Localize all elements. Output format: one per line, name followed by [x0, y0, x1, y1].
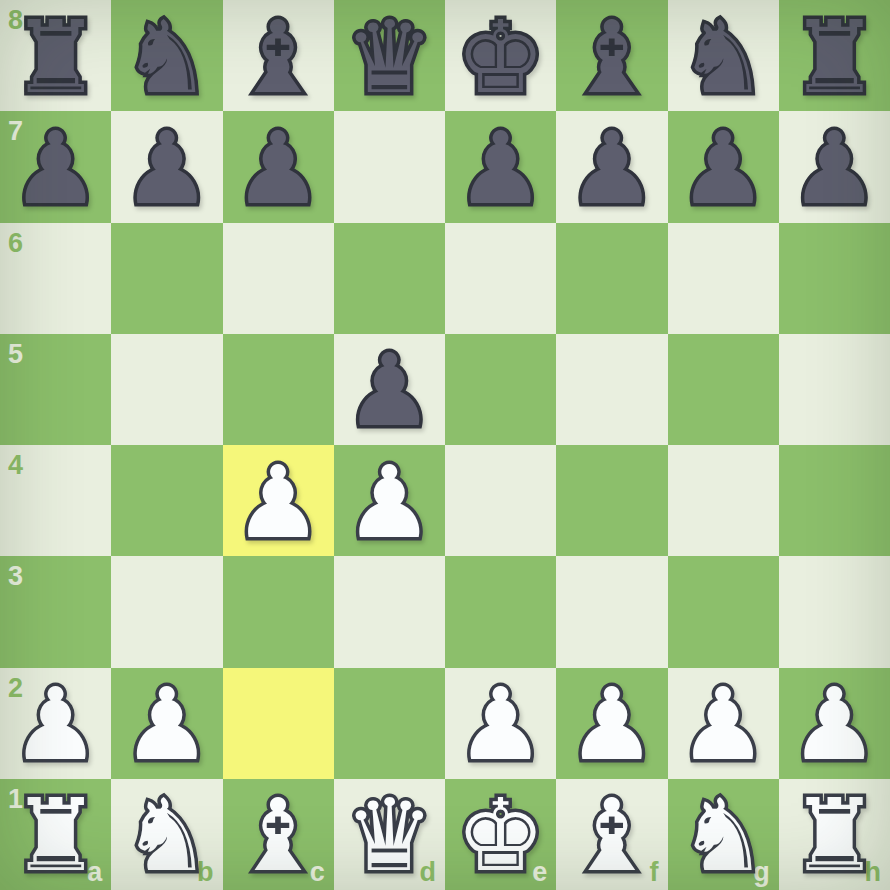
- square-a7[interactable]: 7♟♟: [0, 111, 111, 222]
- square-f8[interactable]: ♝♝: [556, 0, 667, 111]
- piece-outline: ♟: [445, 113, 556, 224]
- black-queen[interactable]: ♛♛: [334, 0, 445, 111]
- white-pawn[interactable]: ♟♟: [0, 668, 111, 779]
- square-c8[interactable]: ♝♝: [223, 0, 334, 111]
- square-g5[interactable]: [668, 334, 779, 445]
- piece-glyph: ♜: [779, 2, 890, 113]
- piece-glyph: ♝: [556, 2, 667, 113]
- black-pawn[interactable]: ♟♟: [779, 111, 890, 222]
- piece-outline: ♝: [223, 781, 334, 890]
- square-g4[interactable]: [668, 445, 779, 556]
- black-knight[interactable]: ♞♞: [111, 0, 222, 111]
- square-a5[interactable]: 5: [0, 334, 111, 445]
- piece-glyph: ♚: [445, 2, 556, 113]
- white-pawn[interactable]: ♟♟: [111, 668, 222, 779]
- piece-outline: ♟: [334, 336, 445, 447]
- piece-outline: ♟: [0, 670, 111, 781]
- piece-outline: ♞: [668, 781, 779, 890]
- piece-glyph: ♟: [779, 113, 890, 224]
- square-f4[interactable]: [556, 445, 667, 556]
- square-c1[interactable]: c♝♝: [223, 779, 334, 890]
- white-bishop[interactable]: ♝♝: [556, 779, 667, 890]
- piece-glyph: ♞: [111, 2, 222, 113]
- square-d4[interactable]: ♟♟: [334, 445, 445, 556]
- piece-outline: ♟: [779, 670, 890, 781]
- piece-glyph: ♜: [0, 2, 111, 113]
- square-h1[interactable]: h♜♜: [779, 779, 890, 890]
- square-c4[interactable]: ♟♟: [223, 445, 334, 556]
- piece-glyph: ♟: [0, 113, 111, 224]
- piece-glyph: ♟: [445, 113, 556, 224]
- piece-outline: ♝: [223, 2, 334, 113]
- square-b4[interactable]: [111, 445, 222, 556]
- piece-glyph: ♜: [779, 781, 890, 890]
- square-f2[interactable]: ♟♟: [556, 668, 667, 779]
- square-d7[interactable]: [334, 111, 445, 222]
- black-rook[interactable]: ♜♜: [779, 0, 890, 111]
- piece-outline: ♚: [445, 2, 556, 113]
- square-c7[interactable]: ♟♟: [223, 111, 334, 222]
- white-pawn[interactable]: ♟♟: [779, 668, 890, 779]
- square-g3[interactable]: [668, 556, 779, 667]
- square-e3[interactable]: [445, 556, 556, 667]
- square-d1[interactable]: d♛♛: [334, 779, 445, 890]
- piece-glyph: ♝: [223, 2, 334, 113]
- piece-outline: ♞: [111, 2, 222, 113]
- square-b1[interactable]: b♞♞: [111, 779, 222, 890]
- square-b5[interactable]: [111, 334, 222, 445]
- square-e8[interactable]: ♚♚: [445, 0, 556, 111]
- piece-outline: ♟: [445, 670, 556, 781]
- square-a3[interactable]: 3: [0, 556, 111, 667]
- square-h4[interactable]: [779, 445, 890, 556]
- black-bishop[interactable]: ♝♝: [223, 0, 334, 111]
- square-g1[interactable]: g♞♞: [668, 779, 779, 890]
- black-knight[interactable]: ♞♞: [668, 0, 779, 111]
- square-e5[interactable]: [445, 334, 556, 445]
- square-c5[interactable]: [223, 334, 334, 445]
- piece-glyph: ♟: [668, 670, 779, 781]
- white-bishop[interactable]: ♝♝: [223, 779, 334, 890]
- piece-glyph: ♟: [334, 447, 445, 558]
- white-rook[interactable]: ♜♜: [0, 779, 111, 890]
- piece-outline: ♝: [556, 781, 667, 890]
- square-a2[interactable]: 2♟♟: [0, 668, 111, 779]
- square-d5[interactable]: ♟♟: [334, 334, 445, 445]
- square-b2[interactable]: ♟♟: [111, 668, 222, 779]
- black-pawn[interactable]: ♟♟: [111, 111, 222, 222]
- black-pawn[interactable]: ♟♟: [445, 111, 556, 222]
- square-e4[interactable]: [445, 445, 556, 556]
- square-a8[interactable]: 8♜♜: [0, 0, 111, 111]
- square-g8[interactable]: ♞♞: [668, 0, 779, 111]
- square-h7[interactable]: ♟♟: [779, 111, 890, 222]
- square-c6[interactable]: [223, 223, 334, 334]
- square-f1[interactable]: f♝♝: [556, 779, 667, 890]
- square-f3[interactable]: [556, 556, 667, 667]
- square-b7[interactable]: ♟♟: [111, 111, 222, 222]
- square-f7[interactable]: ♟♟: [556, 111, 667, 222]
- piece-outline: ♜: [0, 781, 111, 890]
- piece-outline: ♟: [779, 113, 890, 224]
- square-f5[interactable]: [556, 334, 667, 445]
- square-e6[interactable]: [445, 223, 556, 334]
- square-c3[interactable]: [223, 556, 334, 667]
- piece-outline: ♜: [779, 781, 890, 890]
- white-knight[interactable]: ♞♞: [111, 779, 222, 890]
- piece-outline: ♟: [556, 670, 667, 781]
- square-f6[interactable]: [556, 223, 667, 334]
- square-b8[interactable]: ♞♞: [111, 0, 222, 111]
- white-pawn[interactable]: ♟♟: [556, 668, 667, 779]
- square-a6[interactable]: 6: [0, 223, 111, 334]
- piece-glyph: ♟: [445, 670, 556, 781]
- piece-glyph: ♟: [334, 336, 445, 447]
- piece-outline: ♝: [556, 2, 667, 113]
- piece-glyph: ♟: [111, 670, 222, 781]
- piece-glyph: ♞: [668, 781, 779, 890]
- square-b3[interactable]: [111, 556, 222, 667]
- piece-glyph: ♟: [0, 670, 111, 781]
- white-knight[interactable]: ♞♞: [668, 779, 779, 890]
- piece-outline: ♜: [0, 2, 111, 113]
- square-h8[interactable]: ♜♜: [779, 0, 890, 111]
- black-pawn[interactable]: ♟♟: [556, 111, 667, 222]
- piece-glyph: ♟: [223, 113, 334, 224]
- chess-board: 8♜♜♞♞♝♝♛♛♚♚♝♝♞♞♜♜7♟♟♟♟♟♟♟♟♟♟♟♟♟♟65♟♟4♟♟♟…: [0, 0, 890, 890]
- piece-glyph: ♟: [556, 113, 667, 224]
- piece-glyph: ♛: [334, 2, 445, 113]
- piece-glyph: ♛: [334, 781, 445, 890]
- piece-outline: ♟: [668, 113, 779, 224]
- black-pawn[interactable]: ♟♟: [223, 111, 334, 222]
- rank-label-4: 4: [8, 452, 23, 479]
- square-c2[interactable]: [223, 668, 334, 779]
- black-rook[interactable]: ♜♜: [0, 0, 111, 111]
- piece-glyph: ♝: [223, 781, 334, 890]
- square-e1[interactable]: e♚♚: [445, 779, 556, 890]
- piece-outline: ♞: [111, 781, 222, 890]
- black-king[interactable]: ♚♚: [445, 0, 556, 111]
- square-d2[interactable]: [334, 668, 445, 779]
- white-queen[interactable]: ♛♛: [334, 779, 445, 890]
- piece-outline: ♚: [445, 781, 556, 890]
- square-d8[interactable]: ♛♛: [334, 0, 445, 111]
- square-h3[interactable]: [779, 556, 890, 667]
- square-h2[interactable]: ♟♟: [779, 668, 890, 779]
- piece-outline: ♟: [668, 670, 779, 781]
- piece-outline: ♛: [334, 2, 445, 113]
- piece-glyph: ♞: [111, 781, 222, 890]
- piece-outline: ♛: [334, 781, 445, 890]
- black-pawn[interactable]: ♟♟: [0, 111, 111, 222]
- square-g6[interactable]: [668, 223, 779, 334]
- white-pawn[interactable]: ♟♟: [445, 668, 556, 779]
- square-e7[interactable]: ♟♟: [445, 111, 556, 222]
- white-rook[interactable]: ♜♜: [779, 779, 890, 890]
- piece-glyph: ♝: [556, 781, 667, 890]
- square-d3[interactable]: [334, 556, 445, 667]
- piece-glyph: ♚: [445, 781, 556, 890]
- piece-outline: ♜: [779, 2, 890, 113]
- black-bishop[interactable]: ♝♝: [556, 0, 667, 111]
- square-b6[interactable]: [111, 223, 222, 334]
- square-d6[interactable]: [334, 223, 445, 334]
- piece-outline: ♟: [0, 113, 111, 224]
- piece-glyph: ♟: [223, 447, 334, 558]
- piece-outline: ♟: [111, 113, 222, 224]
- square-h6[interactable]: [779, 223, 890, 334]
- black-pawn[interactable]: ♟♟: [334, 334, 445, 445]
- white-pawn[interactable]: ♟♟: [668, 668, 779, 779]
- rank-label-6: 6: [8, 230, 23, 257]
- white-pawn[interactable]: ♟♟: [334, 445, 445, 556]
- piece-glyph: ♟: [779, 670, 890, 781]
- square-e2[interactable]: ♟♟: [445, 668, 556, 779]
- piece-outline: ♟: [111, 670, 222, 781]
- piece-outline: ♞: [668, 2, 779, 113]
- piece-outline: ♟: [556, 113, 667, 224]
- white-pawn[interactable]: ♟♟: [223, 445, 334, 556]
- piece-glyph: ♟: [111, 113, 222, 224]
- piece-glyph: ♟: [668, 113, 779, 224]
- piece-glyph: ♟: [556, 670, 667, 781]
- piece-glyph: ♜: [0, 781, 111, 890]
- white-king[interactable]: ♚♚: [445, 779, 556, 890]
- square-a4[interactable]: 4: [0, 445, 111, 556]
- square-h5[interactable]: [779, 334, 890, 445]
- square-g7[interactable]: ♟♟: [668, 111, 779, 222]
- square-a1[interactable]: 1a♜♜: [0, 779, 111, 890]
- piece-outline: ♟: [223, 447, 334, 558]
- rank-label-5: 5: [8, 341, 23, 368]
- piece-outline: ♟: [223, 113, 334, 224]
- black-pawn[interactable]: ♟♟: [668, 111, 779, 222]
- piece-outline: ♟: [334, 447, 445, 558]
- rank-label-3: 3: [8, 563, 23, 590]
- piece-glyph: ♞: [668, 2, 779, 113]
- square-g2[interactable]: ♟♟: [668, 668, 779, 779]
